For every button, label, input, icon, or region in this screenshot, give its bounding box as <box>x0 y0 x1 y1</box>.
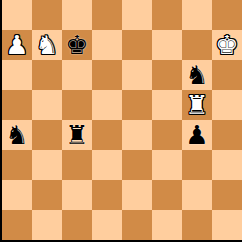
square-c1[interactable] <box>62 210 92 240</box>
white-king[interactable]: ♚ <box>215 30 238 60</box>
square-h1[interactable] <box>212 210 242 240</box>
square-f2[interactable] <box>152 180 182 210</box>
chess-board: ♟♞♚♚♞♜♞♜♟ <box>2 0 242 240</box>
square-e4[interactable] <box>122 120 152 150</box>
square-e7[interactable] <box>122 30 152 60</box>
square-g8[interactable] <box>182 0 212 30</box>
square-a2[interactable] <box>2 180 32 210</box>
square-c7[interactable]: ♚ <box>62 30 92 60</box>
square-e1[interactable] <box>122 210 152 240</box>
square-d2[interactable] <box>92 180 122 210</box>
square-d1[interactable] <box>92 210 122 240</box>
square-h7[interactable]: ♚ <box>212 30 242 60</box>
square-d3[interactable] <box>92 150 122 180</box>
square-f1[interactable] <box>152 210 182 240</box>
square-a1[interactable] <box>2 210 32 240</box>
square-c4[interactable]: ♜ <box>62 120 92 150</box>
square-c5[interactable] <box>62 90 92 120</box>
square-f6[interactable] <box>152 60 182 90</box>
square-h2[interactable] <box>212 180 242 210</box>
black-king[interactable]: ♚ <box>65 30 88 60</box>
square-b4[interactable] <box>32 120 62 150</box>
square-f8[interactable] <box>152 0 182 30</box>
white-rook[interactable]: ♜ <box>185 90 208 120</box>
black-knight[interactable]: ♞ <box>5 120 28 150</box>
square-f3[interactable] <box>152 150 182 180</box>
square-b1[interactable] <box>32 210 62 240</box>
square-h8[interactable] <box>212 0 242 30</box>
square-g6[interactable]: ♞ <box>182 60 212 90</box>
black-knight[interactable]: ♞ <box>185 60 208 90</box>
square-c3[interactable] <box>62 150 92 180</box>
chess-window: ♟♞♚♚♞♜♞♜♟ <box>0 0 242 242</box>
square-d8[interactable] <box>92 0 122 30</box>
square-e8[interactable] <box>122 0 152 30</box>
black-pawn[interactable]: ♟ <box>185 120 208 150</box>
square-f7[interactable] <box>152 30 182 60</box>
square-g3[interactable] <box>182 150 212 180</box>
square-g4[interactable]: ♟ <box>182 120 212 150</box>
square-f4[interactable] <box>152 120 182 150</box>
square-b8[interactable] <box>32 0 62 30</box>
square-g5[interactable]: ♜ <box>182 90 212 120</box>
square-b6[interactable] <box>32 60 62 90</box>
square-g7[interactable] <box>182 30 212 60</box>
square-g1[interactable] <box>182 210 212 240</box>
square-b3[interactable] <box>32 150 62 180</box>
square-g2[interactable] <box>182 180 212 210</box>
square-e2[interactable] <box>122 180 152 210</box>
square-a7[interactable]: ♟ <box>2 30 32 60</box>
square-a4[interactable]: ♞ <box>2 120 32 150</box>
square-h4[interactable] <box>212 120 242 150</box>
square-a5[interactable] <box>2 90 32 120</box>
square-c2[interactable] <box>62 180 92 210</box>
square-h6[interactable] <box>212 60 242 90</box>
square-b5[interactable] <box>32 90 62 120</box>
square-b2[interactable] <box>32 180 62 210</box>
square-d6[interactable] <box>92 60 122 90</box>
square-d7[interactable] <box>92 30 122 60</box>
square-d4[interactable] <box>92 120 122 150</box>
square-c8[interactable] <box>62 0 92 30</box>
square-d5[interactable] <box>92 90 122 120</box>
square-a3[interactable] <box>2 150 32 180</box>
square-e6[interactable] <box>122 60 152 90</box>
black-rook[interactable]: ♜ <box>65 120 88 150</box>
square-e3[interactable] <box>122 150 152 180</box>
square-e5[interactable] <box>122 90 152 120</box>
square-f5[interactable] <box>152 90 182 120</box>
square-h5[interactable] <box>212 90 242 120</box>
white-knight[interactable]: ♞ <box>35 30 58 60</box>
square-a6[interactable] <box>2 60 32 90</box>
square-h3[interactable] <box>212 150 242 180</box>
square-c6[interactable] <box>62 60 92 90</box>
white-pawn[interactable]: ♟ <box>5 30 28 60</box>
square-a8[interactable] <box>2 0 32 30</box>
square-b7[interactable]: ♞ <box>32 30 62 60</box>
